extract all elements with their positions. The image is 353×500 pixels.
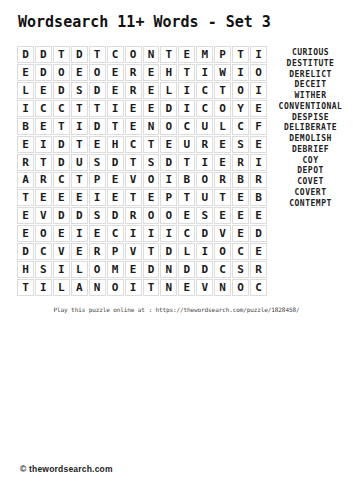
grid-cell[interactable]: P xyxy=(107,243,124,260)
grid-cell[interactable]: T xyxy=(89,46,106,63)
grid-cell[interactable]: T xyxy=(143,243,160,260)
grid-cell[interactable]: E xyxy=(107,172,124,189)
grid-cell[interactable]: D xyxy=(17,243,34,260)
grid-cell[interactable]: T xyxy=(214,82,231,99)
grid-cell[interactable]: I xyxy=(17,100,34,117)
grid-cell[interactable]: C xyxy=(214,261,231,278)
grid-cell[interactable]: E xyxy=(250,207,267,224)
grid-cell[interactable]: T xyxy=(71,172,88,189)
grid-cell[interactable]: R xyxy=(196,136,213,153)
grid-cell[interactable]: O xyxy=(214,100,231,117)
word-list-item: CONTEMPT xyxy=(268,199,353,210)
grid-cell[interactable]: I xyxy=(35,279,52,296)
grid-cell[interactable]: V xyxy=(214,225,231,242)
grid-cell[interactable]: T xyxy=(71,136,88,153)
grid-cell[interactable]: T xyxy=(71,100,88,117)
grid-cell[interactable]: E xyxy=(107,64,124,81)
grid-cell[interactable]: N xyxy=(143,118,160,135)
grid-cell[interactable]: R xyxy=(232,154,249,171)
grid-cell[interactable]: R xyxy=(125,82,142,99)
grid-cell[interactable]: E xyxy=(125,261,142,278)
grid-cell[interactable]: S xyxy=(35,261,52,278)
grid-cell[interactable]: C xyxy=(107,46,124,63)
play-online-note: Play this puzzle online at : https://the… xyxy=(0,306,353,313)
grid-cell[interactable]: H xyxy=(160,64,177,81)
grid-cell[interactable]: T xyxy=(89,100,106,117)
grid-cell[interactable]: T xyxy=(143,136,160,153)
grid-cell[interactable]: D xyxy=(250,225,267,242)
grid-cell[interactable]: R xyxy=(250,172,267,189)
grid-cell[interactable]: E xyxy=(232,189,249,206)
grid-cell[interactable]: E xyxy=(17,136,34,153)
grid-cell[interactable]: L xyxy=(160,82,177,99)
grid-cell[interactable]: B xyxy=(232,172,249,189)
grid-cell[interactable]: O xyxy=(143,172,160,189)
grid-cell[interactable]: I xyxy=(71,118,88,135)
grid-cell[interactable]: R xyxy=(125,207,142,224)
grid-cell[interactable]: I xyxy=(71,225,88,242)
grid-cell[interactable]: I xyxy=(196,243,213,260)
grid-cell[interactable]: I xyxy=(250,154,267,171)
grid-cell[interactable]: O xyxy=(232,82,249,99)
copyright-text: © thewordsearch.com xyxy=(20,464,113,474)
word-list: CURIOUSDESTITUTEDERELICTDECEITWITHERCONV… xyxy=(268,48,353,209)
grid-cell[interactable]: C xyxy=(196,100,213,117)
grid-cell[interactable]: O xyxy=(143,207,160,224)
word-list-item: DESPISE xyxy=(268,113,353,124)
grid-cell[interactable]: O xyxy=(196,172,213,189)
grid-cell[interactable]: D xyxy=(53,82,70,99)
grid-cell[interactable]: C xyxy=(232,243,249,260)
grid-cell[interactable]: C xyxy=(178,118,195,135)
grid-cell[interactable]: F xyxy=(250,118,267,135)
grid-cell[interactable]: D xyxy=(178,261,195,278)
grid-cell[interactable]: B xyxy=(178,172,195,189)
grid-cell[interactable]: T xyxy=(178,189,195,206)
grid-cell[interactable]: M xyxy=(196,46,213,63)
grid-cell[interactable]: R xyxy=(250,261,267,278)
grid-cell[interactable]: C xyxy=(196,82,213,99)
grid-cell[interactable]: E xyxy=(143,82,160,99)
grid-cell[interactable]: E xyxy=(214,207,231,224)
grid-cell[interactable]: T xyxy=(17,279,34,296)
grid-cell[interactable]: E xyxy=(232,225,249,242)
wordsearch-grid: DDTDTCONTEMPTIEDOEOEREHTIWIOLEDSDERELICT… xyxy=(17,46,267,296)
grid-cell[interactable]: T xyxy=(232,46,249,63)
grid-cell[interactable]: I xyxy=(250,46,267,63)
grid-cell[interactable]: I xyxy=(125,225,142,242)
grid-cell[interactable]: T xyxy=(125,154,142,171)
grid-cell[interactable]: D xyxy=(89,82,106,99)
grid-cell[interactable]: N xyxy=(143,46,160,63)
grid-cell[interactable]: E xyxy=(71,189,88,206)
word-list-item: DEMOLISH xyxy=(268,134,353,145)
grid-cell[interactable]: L xyxy=(71,261,88,278)
grid-cell[interactable]: I xyxy=(107,100,124,117)
grid-cell[interactable]: D xyxy=(143,261,160,278)
grid-cell[interactable]: R xyxy=(89,243,106,260)
grid-cell[interactable]: C xyxy=(107,225,124,242)
grid-cell[interactable]: L xyxy=(53,279,70,296)
grid-cell[interactable]: T xyxy=(17,189,34,206)
grid-cell[interactable]: T xyxy=(53,118,70,135)
grid-cell[interactable]: B xyxy=(17,118,34,135)
grid-cell[interactable]: E xyxy=(232,207,249,224)
grid-cell[interactable]: L xyxy=(214,118,231,135)
grid-cell[interactable]: L xyxy=(178,243,195,260)
grid-cell[interactable]: E xyxy=(250,243,267,260)
grid-cell[interactable]: E xyxy=(89,225,106,242)
grid-cell[interactable]: O xyxy=(160,207,177,224)
grid-cell[interactable]: H xyxy=(107,136,124,153)
grid-cell[interactable]: D xyxy=(17,46,34,63)
grid-cell[interactable]: N xyxy=(160,261,177,278)
grid-cell[interactable]: E xyxy=(178,207,195,224)
grid-cell[interactable]: D xyxy=(53,136,70,153)
word-list-item: COY xyxy=(268,156,353,167)
grid-cell[interactable]: D xyxy=(107,154,124,171)
grid-cell[interactable]: D xyxy=(107,207,124,224)
grid-cell[interactable]: I xyxy=(125,279,142,296)
grid-cell[interactable]: T xyxy=(53,46,70,63)
grid-cell[interactable]: D xyxy=(160,154,177,171)
grid-cell[interactable]: D xyxy=(53,207,70,224)
grid-cell[interactable]: I xyxy=(35,136,52,153)
grid-cell[interactable]: H xyxy=(17,261,34,278)
grid-cell[interactable]: T xyxy=(178,154,195,171)
page: { "game": "wordsearch", "title": "Wordse… xyxy=(0,0,353,500)
grid-cell[interactable]: T xyxy=(178,64,195,81)
grid-cell[interactable]: O xyxy=(214,243,231,260)
grid-cell[interactable]: O xyxy=(160,118,177,135)
grid-cell[interactable]: O xyxy=(89,261,106,278)
word-list-item: DERELICT xyxy=(268,70,353,81)
grid-cell[interactable]: E xyxy=(17,64,34,81)
grid-cell[interactable]: B xyxy=(250,189,267,206)
grid-cell[interactable]: N xyxy=(160,279,177,296)
word-list-item: CURIOUS xyxy=(268,48,353,59)
grid-cell[interactable]: D xyxy=(196,261,213,278)
grid-cell[interactable]: T xyxy=(160,46,177,63)
grid-cell[interactable]: U xyxy=(71,154,88,171)
grid-cell[interactable]: W xyxy=(214,64,231,81)
grid-cell[interactable]: S xyxy=(89,154,106,171)
grid-cell[interactable]: T xyxy=(125,189,142,206)
grid-cell[interactable]: N xyxy=(214,279,231,296)
grid-cell[interactable]: E xyxy=(143,189,160,206)
grid-cell[interactable]: T xyxy=(143,279,160,296)
grid-cell[interactable]: Y xyxy=(232,100,249,117)
grid-cell[interactable]: R xyxy=(35,172,52,189)
grid-cell[interactable]: V xyxy=(125,243,142,260)
grid-cell[interactable]: C xyxy=(35,243,52,260)
grid-cell[interactable]: R xyxy=(125,64,142,81)
grid-cell[interactable]: S xyxy=(143,154,160,171)
grid-cell[interactable]: E xyxy=(53,225,70,242)
grid-cell[interactable]: V xyxy=(125,172,142,189)
grid-cell[interactable]: E xyxy=(178,279,195,296)
word-list-item: COVET xyxy=(268,177,353,188)
grid-cell[interactable]: E xyxy=(250,136,267,153)
grid-cell[interactable]: C xyxy=(178,225,195,242)
grid-cell[interactable]: E xyxy=(125,118,142,135)
word-list-item: DESTITUTE xyxy=(268,59,353,70)
grid-cell[interactable]: E xyxy=(143,100,160,117)
grid-cell[interactable]: I xyxy=(232,64,249,81)
grid-cell[interactable]: T xyxy=(214,189,231,206)
grid-cell[interactable]: D xyxy=(71,46,88,63)
grid-cell[interactable]: N xyxy=(89,279,106,296)
grid-cell[interactable]: O xyxy=(35,225,52,242)
grid-cell[interactable]: I xyxy=(250,82,267,99)
grid-cell[interactable]: E xyxy=(178,46,195,63)
grid-cell[interactable]: O xyxy=(250,64,267,81)
grid-cell[interactable]: P xyxy=(160,189,177,206)
grid-cell[interactable]: R xyxy=(214,172,231,189)
grid-cell[interactable]: D xyxy=(35,46,52,63)
grid-cell[interactable]: P xyxy=(214,46,231,63)
grid-cell[interactable]: E xyxy=(53,189,70,206)
word-list-item: DECEIT xyxy=(268,80,353,91)
word-list-item: WITHER xyxy=(268,91,353,102)
grid-cell[interactable]: U xyxy=(196,189,213,206)
word-list-item: DEPOT xyxy=(268,166,353,177)
grid-cell[interactable]: E xyxy=(17,225,34,242)
grid-cell[interactable]: I xyxy=(143,225,160,242)
grid-cell[interactable]: A xyxy=(71,279,88,296)
grid-cell[interactable]: O xyxy=(125,46,142,63)
grid-cell[interactable]: D xyxy=(160,100,177,117)
grid-cell[interactable]: M xyxy=(107,261,124,278)
grid-cell[interactable]: S xyxy=(232,136,249,153)
grid-cell[interactable]: E xyxy=(160,136,177,153)
grid-cell[interactable]: E xyxy=(17,207,34,224)
grid-cell[interactable]: E xyxy=(107,189,124,206)
grid-cell[interactable]: D xyxy=(89,118,106,135)
word-list-item: CONVENTIONAL xyxy=(268,102,353,113)
grid-cell[interactable]: E xyxy=(214,154,231,171)
grid-cell[interactable]: V xyxy=(35,207,52,224)
grid-cell[interactable]: I xyxy=(178,100,195,117)
grid-cell[interactable]: V xyxy=(196,279,213,296)
grid-cell[interactable]: E xyxy=(214,136,231,153)
grid-cell[interactable]: O xyxy=(232,279,249,296)
grid-cell[interactable]: I xyxy=(53,261,70,278)
grid-cell[interactable]: C xyxy=(53,172,70,189)
grid-cell[interactable]: V xyxy=(53,243,70,260)
grid-cell[interactable]: U xyxy=(178,136,195,153)
grid-cell[interactable]: E xyxy=(107,82,124,99)
grid-cell[interactable]: D xyxy=(35,64,52,81)
grid-cell[interactable]: D xyxy=(160,243,177,260)
grid-cell[interactable]: I xyxy=(196,154,213,171)
grid-cell[interactable]: E xyxy=(35,82,52,99)
grid-cell[interactable]: P xyxy=(89,172,106,189)
grid-cell[interactable]: C xyxy=(250,279,267,296)
grid-cell[interactable]: S xyxy=(232,261,249,278)
grid-cell[interactable]: E xyxy=(35,189,52,206)
grid-cell[interactable]: T xyxy=(107,118,124,135)
grid-cell[interactable]: I xyxy=(160,225,177,242)
grid-cell[interactable]: E xyxy=(250,100,267,117)
grid-cell[interactable]: D xyxy=(196,225,213,242)
word-list-item: COVERT xyxy=(268,188,353,199)
word-list-item: DELIBERATE xyxy=(268,123,353,134)
grid-cell[interactable]: E xyxy=(143,64,160,81)
grid-cell[interactable]: I xyxy=(178,82,195,99)
grid-cell[interactable]: U xyxy=(196,118,213,135)
grid-cell[interactable]: T xyxy=(35,154,52,171)
grid-cell[interactable]: R xyxy=(17,154,34,171)
grid-cell[interactable]: E xyxy=(71,243,88,260)
grid-cell[interactable]: A xyxy=(17,172,34,189)
grid-cell[interactable]: I xyxy=(160,172,177,189)
grid-cell[interactable]: S xyxy=(89,207,106,224)
word-list-item: DEBRIEF xyxy=(268,145,353,156)
grid-cell[interactable]: D xyxy=(71,207,88,224)
grid-cell[interactable]: O xyxy=(107,279,124,296)
grid-cell[interactable]: E xyxy=(89,136,106,153)
grid-cell[interactable]: C xyxy=(53,100,70,117)
grid-cell[interactable]: S xyxy=(71,82,88,99)
grid-cell[interactable]: C xyxy=(125,136,142,153)
grid-cell[interactable]: E xyxy=(35,118,52,135)
grid-cell[interactable]: C xyxy=(232,118,249,135)
grid-cell[interactable]: O xyxy=(53,64,70,81)
puzzle-title: Wordsearch 11+ Words - Set 3 xyxy=(18,13,271,31)
grid-cell[interactable]: I xyxy=(89,189,106,206)
grid-cell[interactable]: E xyxy=(125,100,142,117)
grid-cell[interactable]: L xyxy=(17,82,34,99)
grid-cell[interactable]: E xyxy=(71,64,88,81)
grid-cell[interactable]: I xyxy=(196,64,213,81)
grid-cell[interactable]: C xyxy=(35,100,52,117)
grid-cell[interactable]: O xyxy=(89,64,106,81)
grid-cell[interactable]: S xyxy=(196,207,213,224)
grid-cell[interactable]: D xyxy=(53,154,70,171)
